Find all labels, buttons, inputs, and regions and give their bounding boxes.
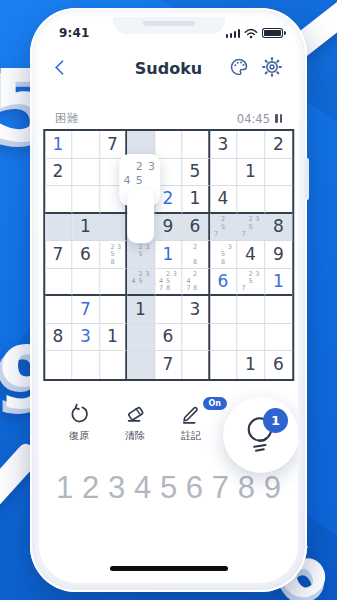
cell-r4c1[interactable] bbox=[45, 214, 73, 242]
cell-r7c4[interactable]: 1 bbox=[127, 296, 155, 324]
cell-r4c7[interactable]: 257 bbox=[210, 214, 238, 242]
cell-r1c5[interactable] bbox=[155, 131, 183, 159]
numpad-3[interactable]: 3 bbox=[108, 470, 125, 506]
cell-r5c1[interactable]: 7 bbox=[45, 241, 73, 269]
cell-r5c8[interactable]: 4 bbox=[237, 241, 265, 269]
numpad-7[interactable]: 7 bbox=[212, 470, 229, 506]
numpad-8[interactable]: 8 bbox=[238, 470, 255, 506]
cell-r6c6[interactable]: 2478 bbox=[182, 269, 210, 297]
cell-r6c3[interactable] bbox=[100, 269, 128, 297]
numpad-9[interactable]: 9 bbox=[264, 470, 281, 506]
home-indicator[interactable] bbox=[110, 566, 228, 571]
app-screen: 9:41 Sudoku bbox=[39, 17, 298, 583]
cell-r9c2[interactable] bbox=[72, 351, 100, 379]
cell-r2c6[interactable]: 5 bbox=[182, 159, 210, 187]
theme-palette-icon[interactable] bbox=[229, 57, 249, 77]
cell-r1c6[interactable] bbox=[182, 131, 210, 159]
cell-r6c4[interactable]: 2345 bbox=[127, 269, 155, 297]
cell-r2c7[interactable] bbox=[210, 159, 238, 187]
pause-icon[interactable] bbox=[275, 114, 282, 123]
wifi-icon bbox=[244, 28, 258, 39]
sudoku-grid: 1732251214123459625723578762358235128358… bbox=[43, 129, 295, 381]
cell-r4c8[interactable]: 2357 bbox=[237, 214, 265, 242]
cell-r9c9[interactable]: 6 bbox=[265, 351, 293, 379]
sudoku-board: 1732251214123459625723578762358235128358… bbox=[43, 129, 295, 381]
cell-r3c8[interactable] bbox=[237, 186, 265, 214]
cell-r9c3[interactable] bbox=[100, 351, 128, 379]
numpad-2[interactable]: 2 bbox=[82, 470, 99, 506]
numpad-6[interactable]: 6 bbox=[186, 470, 203, 506]
cell-r9c1[interactable] bbox=[45, 351, 73, 379]
cell-r9c5[interactable]: 7 bbox=[155, 351, 183, 379]
cell-r9c6[interactable] bbox=[182, 351, 210, 379]
cell-r1c9[interactable]: 2 bbox=[265, 131, 293, 159]
cell-r6c1[interactable] bbox=[45, 269, 73, 297]
hint-count-badge: 1 bbox=[263, 408, 288, 433]
cell-r8c1[interactable]: 8 bbox=[45, 324, 73, 352]
cell-r4c6[interactable]: 6 bbox=[182, 214, 210, 242]
cell-r3c6[interactable]: 1 bbox=[182, 186, 210, 214]
pencil-icon bbox=[180, 403, 202, 425]
cell-r3c2[interactable] bbox=[72, 186, 100, 214]
toolbar: 復原 清除 註記 On bbox=[51, 403, 219, 443]
cell-r1c1[interactable]: 1 bbox=[45, 131, 73, 159]
cell-r6c9[interactable]: 1 bbox=[265, 269, 293, 297]
cell-r5c4[interactable]: 235 bbox=[127, 241, 155, 269]
phone-frame: 9:41 Sudoku bbox=[30, 8, 307, 592]
hint-button[interactable]: 1 bbox=[223, 397, 298, 473]
cell-r6c8[interactable]: 2357 bbox=[237, 269, 265, 297]
cell-r8c6[interactable] bbox=[182, 324, 210, 352]
cell-r7c5[interactable] bbox=[155, 296, 183, 324]
status-bar: 9:41 bbox=[59, 26, 283, 40]
cell-r6c2[interactable] bbox=[72, 269, 100, 297]
cell-r7c1[interactable] bbox=[45, 296, 73, 324]
cell-r7c8[interactable] bbox=[237, 296, 265, 324]
cell-magnifier-stem bbox=[127, 189, 154, 243]
undo-icon bbox=[68, 403, 90, 425]
cell-r7c6[interactable]: 3 bbox=[182, 296, 210, 324]
cell-r3c1[interactable] bbox=[45, 186, 73, 214]
notes-toggle-button[interactable]: 註記 On bbox=[163, 403, 219, 443]
cell-r1c2[interactable] bbox=[72, 131, 100, 159]
undo-button[interactable]: 復原 bbox=[51, 403, 107, 443]
cell-r4c2[interactable]: 1 bbox=[72, 214, 100, 242]
cell-r8c9[interactable] bbox=[265, 324, 293, 352]
cell-r8c3[interactable]: 1 bbox=[100, 324, 128, 352]
numpad-4[interactable]: 4 bbox=[134, 470, 151, 506]
cell-r8c4[interactable] bbox=[127, 324, 155, 352]
cell-r2c2[interactable] bbox=[72, 159, 100, 187]
cell-r9c8[interactable]: 1 bbox=[237, 351, 265, 379]
notes-label: 註記 bbox=[181, 429, 201, 443]
cell-r8c5[interactable]: 6 bbox=[155, 324, 183, 352]
cell-r4c5[interactable]: 9 bbox=[155, 214, 183, 242]
cell-r6c5[interactable]: 234578 bbox=[155, 269, 183, 297]
cell-r6c7[interactable]: 6 bbox=[210, 269, 238, 297]
cell-r8c7[interactable] bbox=[210, 324, 238, 352]
cell-r2c9[interactable] bbox=[265, 159, 293, 187]
timer: 04:45 bbox=[237, 112, 270, 126]
cell-r7c2[interactable]: 7 bbox=[72, 296, 100, 324]
eraser-icon bbox=[124, 403, 146, 425]
cell-signal-icon bbox=[226, 28, 241, 38]
cell-r9c7[interactable] bbox=[210, 351, 238, 379]
battery-icon bbox=[262, 28, 283, 38]
power-button bbox=[305, 158, 309, 200]
numpad-1[interactable]: 1 bbox=[56, 470, 73, 506]
cell-r4c3[interactable] bbox=[100, 214, 128, 242]
clock: 9:41 bbox=[59, 26, 90, 40]
cell-r5c7[interactable]: 358 bbox=[210, 241, 238, 269]
cell-r4c9[interactable]: 8 bbox=[265, 214, 293, 242]
cell-r5c2[interactable]: 6 bbox=[72, 241, 100, 269]
cell-r5c6[interactable]: 28 bbox=[182, 241, 210, 269]
header: Sudoku bbox=[53, 55, 284, 83]
numpad: 123456789 bbox=[56, 470, 281, 506]
cell-r7c7[interactable] bbox=[210, 296, 238, 324]
cell-r2c8[interactable]: 1 bbox=[237, 159, 265, 187]
undo-label: 復原 bbox=[69, 429, 89, 443]
cell-r2c1[interactable]: 2 bbox=[45, 159, 73, 187]
cell-r7c9[interactable] bbox=[265, 296, 293, 324]
erase-button[interactable]: 清除 bbox=[107, 403, 163, 443]
settings-gear-icon[interactable] bbox=[262, 57, 282, 77]
game-meta-row: 困難 04:45 bbox=[55, 111, 282, 126]
cell-r8c2[interactable]: 3 bbox=[72, 324, 100, 352]
cell-r9c4[interactable] bbox=[127, 351, 155, 379]
numpad-5[interactable]: 5 bbox=[160, 470, 177, 506]
cell-r5c5[interactable]: 1 bbox=[155, 241, 183, 269]
cell-r7c3[interactable] bbox=[100, 296, 128, 324]
notes-on-badge: On bbox=[203, 397, 228, 410]
erase-label: 清除 bbox=[125, 429, 145, 443]
cell-r8c8[interactable] bbox=[237, 324, 265, 352]
cell-r3c9[interactable] bbox=[265, 186, 293, 214]
cell-r5c9[interactable]: 9 bbox=[265, 241, 293, 269]
difficulty-label: 困難 bbox=[55, 111, 78, 126]
cell-r1c8[interactable] bbox=[237, 131, 265, 159]
cell-r1c7[interactable]: 3 bbox=[210, 131, 238, 159]
cell-r3c7[interactable]: 4 bbox=[210, 186, 238, 214]
cell-r5c3[interactable]: 2358 bbox=[100, 241, 128, 269]
